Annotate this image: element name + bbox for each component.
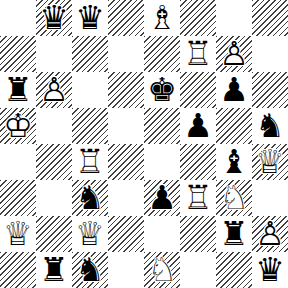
square-f3[interactable]: ♜♖ [180, 180, 216, 216]
square-b2[interactable] [36, 216, 72, 252]
white-rook-glyph: ♜ [72, 144, 108, 180]
black-knight-glyph: ♞ [72, 252, 108, 288]
square-g8[interactable] [216, 0, 252, 36]
square-d1[interactable] [108, 252, 144, 288]
white-knight-outline-glyph: ♘ [144, 252, 180, 288]
square-b4[interactable] [36, 144, 72, 180]
square-d4[interactable] [108, 144, 144, 180]
square-a8[interactable] [0, 0, 36, 36]
square-e4[interactable] [144, 144, 180, 180]
square-f1[interactable] [180, 252, 216, 288]
square-f6[interactable] [180, 72, 216, 108]
square-b5[interactable] [36, 108, 72, 144]
white-king-outline-glyph: ♔ [0, 108, 36, 144]
white-bishop-outline-glyph: ♗ [144, 0, 180, 36]
white-queen-glyph: ♛ [0, 216, 36, 252]
square-e6[interactable]: ♚ [144, 72, 180, 108]
piece-white-pawn[interactable]: ♟♙ [36, 72, 72, 108]
square-h4[interactable]: ♛♕ [252, 144, 288, 180]
piece-white-rook[interactable]: ♜♖ [180, 180, 216, 216]
white-pawn-glyph: ♟ [216, 36, 252, 72]
square-h8[interactable] [252, 0, 288, 36]
piece-white-rook[interactable]: ♜♖ [72, 144, 108, 180]
piece-white-queen[interactable]: ♛♕ [0, 216, 36, 252]
square-h1[interactable]: ♛ [252, 252, 288, 288]
white-queen-outline-glyph: ♕ [72, 216, 108, 252]
square-e2[interactable] [144, 216, 180, 252]
square-c6[interactable] [72, 72, 108, 108]
white-rook-glyph: ♜ [180, 180, 216, 216]
square-d8[interactable] [108, 0, 144, 36]
piece-black-queen[interactable]: ♛ [252, 252, 288, 288]
square-g1[interactable] [216, 252, 252, 288]
square-e5[interactable] [144, 108, 180, 144]
white-bishop-glyph: ♝ [144, 0, 180, 36]
square-g2[interactable]: ♜ [216, 216, 252, 252]
square-c3[interactable]: ♞ [72, 180, 108, 216]
square-e8[interactable]: ♝♗ [144, 0, 180, 36]
piece-white-queen[interactable]: ♛♕ [252, 144, 288, 180]
piece-white-rook[interactable]: ♜♖ [180, 36, 216, 72]
piece-black-knight[interactable]: ♞ [72, 252, 108, 288]
square-c8[interactable]: ♛ [72, 0, 108, 36]
square-e1[interactable]: ♞♘ [144, 252, 180, 288]
square-f5[interactable]: ♟ [180, 108, 216, 144]
square-c4[interactable]: ♜♖ [72, 144, 108, 180]
square-f7[interactable]: ♜♖ [180, 36, 216, 72]
square-c2[interactable]: ♛♕ [72, 216, 108, 252]
white-pawn-outline-glyph: ♙ [216, 36, 252, 72]
piece-white-knight[interactable]: ♞♘ [144, 252, 180, 288]
white-queen-glyph: ♛ [72, 216, 108, 252]
black-rook-glyph: ♜ [216, 216, 252, 252]
square-d7[interactable] [108, 36, 144, 72]
square-b1[interactable]: ♜ [36, 252, 72, 288]
square-h5[interactable]: ♞ [252, 108, 288, 144]
black-knight-glyph: ♞ [72, 180, 108, 216]
piece-white-queen[interactable]: ♛♕ [72, 216, 108, 252]
square-a4[interactable] [0, 144, 36, 180]
white-pawn-glyph: ♟ [252, 216, 288, 252]
piece-black-knight[interactable]: ♞ [72, 180, 108, 216]
black-rook-glyph: ♜ [36, 252, 72, 288]
square-b8[interactable]: ♛ [36, 0, 72, 36]
square-a1[interactable] [0, 252, 36, 288]
white-pawn-glyph: ♟ [36, 72, 72, 108]
square-a5[interactable]: ♚♔ [0, 108, 36, 144]
square-c5[interactable] [72, 108, 108, 144]
black-queen-glyph: ♛ [252, 252, 288, 288]
square-a6[interactable]: ♜ [0, 72, 36, 108]
square-d2[interactable] [108, 216, 144, 252]
square-c1[interactable]: ♞ [72, 252, 108, 288]
square-a3[interactable] [0, 180, 36, 216]
piece-white-pawn[interactable]: ♟♙ [252, 216, 288, 252]
square-a2[interactable]: ♛♕ [0, 216, 36, 252]
white-rook-glyph: ♜ [180, 36, 216, 72]
black-pawn-glyph: ♟ [216, 72, 252, 108]
square-g5[interactable] [216, 108, 252, 144]
square-b6[interactable]: ♟♙ [36, 72, 72, 108]
white-pawn-outline-glyph: ♙ [252, 216, 288, 252]
square-e3[interactable]: ♟ [144, 180, 180, 216]
piece-black-pawn[interactable]: ♟ [180, 108, 216, 144]
square-b3[interactable] [36, 180, 72, 216]
square-f4[interactable] [180, 144, 216, 180]
square-d6[interactable] [108, 72, 144, 108]
piece-black-rook[interactable]: ♜ [216, 216, 252, 252]
white-king-glyph: ♚ [0, 108, 36, 144]
white-knight-glyph: ♞ [144, 252, 180, 288]
black-queen-glyph: ♛ [72, 0, 108, 36]
black-rook-glyph: ♜ [0, 72, 36, 108]
black-knight-glyph: ♞ [252, 108, 288, 144]
black-queen-glyph: ♛ [36, 0, 72, 36]
black-bishop-glyph: ♝ [216, 144, 252, 180]
square-f2[interactable] [180, 216, 216, 252]
white-knight-outline-glyph: ♘ [216, 180, 252, 216]
square-h2[interactable]: ♟♙ [252, 216, 288, 252]
square-h6[interactable] [252, 72, 288, 108]
white-queen-outline-glyph: ♕ [0, 216, 36, 252]
piece-black-pawn[interactable]: ♟ [216, 72, 252, 108]
white-pawn-outline-glyph: ♙ [36, 72, 72, 108]
square-g3[interactable]: ♞♘ [216, 180, 252, 216]
piece-black-pawn[interactable]: ♟ [144, 180, 180, 216]
piece-black-queen[interactable]: ♛ [36, 0, 72, 36]
piece-black-bishop[interactable]: ♝ [216, 144, 252, 180]
square-h3[interactable] [252, 180, 288, 216]
square-b7[interactable] [36, 36, 72, 72]
piece-black-rook[interactable]: ♜ [36, 252, 72, 288]
black-pawn-glyph: ♟ [144, 180, 180, 216]
white-queen-outline-glyph: ♕ [252, 144, 288, 180]
black-pawn-glyph: ♟ [180, 108, 216, 144]
piece-white-pawn[interactable]: ♟♙ [216, 36, 252, 72]
square-a7[interactable] [0, 36, 36, 72]
chess-board: ♛♛♝♗♜♖♟♙♜♟♙♚♟♚♔♟♞♜♖♝♛♕♞♟♜♖♞♘♛♕♛♕♜♟♙♜♞♞♘♛ [0, 0, 288, 288]
square-g6[interactable]: ♟ [216, 72, 252, 108]
white-rook-outline-glyph: ♖ [180, 36, 216, 72]
piece-white-king[interactable]: ♚♔ [0, 108, 36, 144]
piece-black-queen[interactable]: ♛ [72, 0, 108, 36]
square-g7[interactable]: ♟♙ [216, 36, 252, 72]
square-g4[interactable]: ♝ [216, 144, 252, 180]
square-d5[interactable] [108, 108, 144, 144]
white-rook-outline-glyph: ♖ [180, 180, 216, 216]
square-d3[interactable] [108, 180, 144, 216]
square-e7[interactable] [144, 36, 180, 72]
square-c7[interactable] [72, 36, 108, 72]
square-f8[interactable] [180, 0, 216, 36]
piece-black-knight[interactable]: ♞ [252, 108, 288, 144]
piece-black-king[interactable]: ♚ [144, 72, 180, 108]
white-rook-outline-glyph: ♖ [72, 144, 108, 180]
white-queen-glyph: ♛ [252, 144, 288, 180]
square-h7[interactable] [252, 36, 288, 72]
piece-white-knight[interactable]: ♞♘ [216, 180, 252, 216]
piece-white-bishop[interactable]: ♝♗ [144, 0, 180, 36]
piece-black-rook[interactable]: ♜ [0, 72, 36, 108]
white-knight-glyph: ♞ [216, 180, 252, 216]
black-king-glyph: ♚ [144, 72, 180, 108]
